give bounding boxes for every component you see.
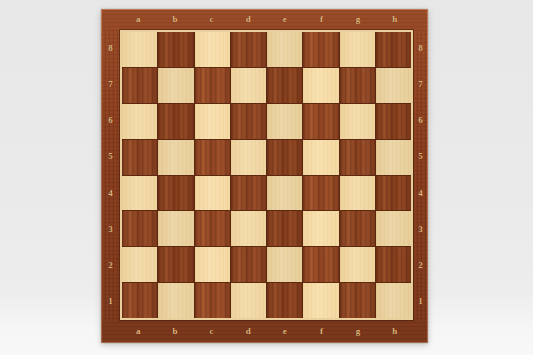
square-d7[interactable] [231,68,266,103]
square-f7[interactable] [303,68,338,103]
file-labels-top: abcdefgh [120,9,413,30]
square-e4[interactable] [267,176,302,211]
square-d1[interactable] [231,283,266,318]
square-e6[interactable] [267,104,302,139]
square-c8[interactable] [195,32,230,67]
square-b6[interactable] [158,104,193,139]
file-label-top-b: b [157,9,194,30]
file-label-bottom-e: e [267,320,304,343]
square-h2[interactable] [376,247,411,282]
square-b5[interactable] [158,140,193,175]
square-a7[interactable] [122,68,157,103]
square-f8[interactable] [303,32,338,67]
file-label-top-f: f [303,9,340,30]
square-b4[interactable] [158,176,193,211]
file-label-bottom-d: d [230,320,267,343]
square-d6[interactable] [231,104,266,139]
square-f4[interactable] [303,176,338,211]
rank-label-right-2: 2 [413,248,428,284]
square-f2[interactable] [303,247,338,282]
square-d2[interactable] [231,247,266,282]
square-d5[interactable] [231,140,266,175]
square-g1[interactable] [340,283,375,318]
file-labels-bottom: abcdefgh [120,320,413,343]
square-a3[interactable] [122,211,157,246]
rank-label-left-5: 5 [101,139,120,175]
square-e7[interactable] [267,68,302,103]
file-label-bottom-g: g [340,320,377,343]
rank-label-right-5: 5 [413,139,428,175]
rank-label-right-3: 3 [413,211,428,247]
rank-label-left-2: 2 [101,248,120,284]
square-e2[interactable] [267,247,302,282]
file-label-bottom-a: a [120,320,157,343]
rank-label-left-4: 4 [101,175,120,211]
rank-labels-right: 87654321 [413,30,428,320]
square-c5[interactable] [195,140,230,175]
square-e1[interactable] [267,283,302,318]
rank-label-left-1: 1 [101,284,120,320]
square-f3[interactable] [303,211,338,246]
rank-label-left-6: 6 [101,103,120,139]
square-g5[interactable] [340,140,375,175]
square-c1[interactable] [195,283,230,318]
board-frame-left-rail [101,30,120,320]
rank-labels-left: 87654321 [101,30,120,320]
square-f6[interactable] [303,104,338,139]
rank-label-left-8: 8 [101,30,120,66]
square-h4[interactable] [376,176,411,211]
square-e3[interactable] [267,211,302,246]
file-label-top-h: h [376,9,413,30]
square-b7[interactable] [158,68,193,103]
square-c2[interactable] [195,247,230,282]
square-b8[interactable] [158,32,193,67]
rank-label-left-3: 3 [101,211,120,247]
board-frame-right-rail [413,30,428,320]
square-c4[interactable] [195,176,230,211]
square-h6[interactable] [376,104,411,139]
photo-background: abcdefgh abcdefgh 87654321 87654321 [0,0,533,355]
square-c6[interactable] [195,104,230,139]
square-d3[interactable] [231,211,266,246]
chess-board: abcdefgh abcdefgh 87654321 87654321 [101,9,428,343]
square-b3[interactable] [158,211,193,246]
rank-label-right-8: 8 [413,30,428,66]
file-label-bottom-c: c [193,320,230,343]
square-g4[interactable] [340,176,375,211]
file-label-top-c: c [193,9,230,30]
square-e5[interactable] [267,140,302,175]
rank-label-right-4: 4 [413,175,428,211]
square-g6[interactable] [340,104,375,139]
square-e8[interactable] [267,32,302,67]
file-label-bottom-b: b [157,320,194,343]
square-g7[interactable] [340,68,375,103]
square-g8[interactable] [340,32,375,67]
file-label-top-e: e [267,9,304,30]
square-a4[interactable] [122,176,157,211]
file-label-bottom-f: f [303,320,340,343]
square-h1[interactable] [376,283,411,318]
square-a5[interactable] [122,140,157,175]
rank-label-left-7: 7 [101,66,120,102]
square-a6[interactable] [122,104,157,139]
square-h3[interactable] [376,211,411,246]
square-g3[interactable] [340,211,375,246]
square-c3[interactable] [195,211,230,246]
file-label-top-a: a [120,9,157,30]
rank-label-right-7: 7 [413,66,428,102]
square-f1[interactable] [303,283,338,318]
square-c7[interactable] [195,68,230,103]
square-b2[interactable] [158,247,193,282]
square-f5[interactable] [303,140,338,175]
square-d8[interactable] [231,32,266,67]
square-b1[interactable] [158,283,193,318]
square-h5[interactable] [376,140,411,175]
rank-label-right-1: 1 [413,284,428,320]
file-label-top-d: d [230,9,267,30]
file-label-bottom-h: h [376,320,413,343]
square-h7[interactable] [376,68,411,103]
file-label-top-g: g [340,9,377,30]
board-grid [120,30,413,320]
square-g2[interactable] [340,247,375,282]
square-d4[interactable] [231,176,266,211]
square-a1[interactable] [122,283,157,318]
square-a2[interactable] [122,247,157,282]
rank-label-right-6: 6 [413,103,428,139]
square-h8[interactable] [376,32,411,67]
square-a8[interactable] [122,32,157,67]
